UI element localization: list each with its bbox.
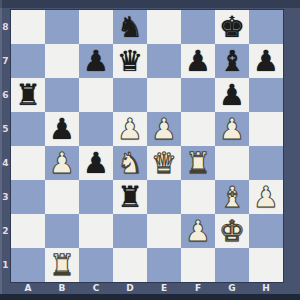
frame-bottom-strip: [0, 294, 300, 300]
square-g2[interactable]: ♚: [215, 214, 249, 248]
square-h3[interactable]: ♟: [249, 180, 283, 214]
square-d6[interactable]: [113, 78, 147, 112]
square-f7[interactable]: ♟: [181, 44, 215, 78]
file-label-d: D: [113, 282, 147, 294]
square-f6[interactable]: [181, 78, 215, 112]
square-f4[interactable]: ♜: [181, 146, 215, 180]
piece-black-king-g8[interactable]: ♚: [219, 10, 245, 44]
square-e6[interactable]: [147, 78, 181, 112]
square-c5[interactable]: [79, 112, 113, 146]
square-g6[interactable]: ♟: [215, 78, 249, 112]
square-a6[interactable]: ♜: [11, 78, 45, 112]
piece-white-king-g2[interactable]: ♚: [219, 214, 245, 248]
piece-black-queen-d7[interactable]: ♛: [117, 44, 143, 78]
square-c2[interactable]: [79, 214, 113, 248]
chess-board-frame: ♞♚♟♛♟♝♟♜♟♟♟♟♟♟♟♞♛♜♜♝♟♟♚♜ 87654321 ABCDEF…: [0, 0, 300, 300]
square-f2[interactable]: ♟: [181, 214, 215, 248]
rank-label-4: 4: [0, 146, 11, 180]
square-b2[interactable]: [45, 214, 79, 248]
file-label-f: F: [181, 282, 215, 294]
rank-label-5: 5: [0, 112, 11, 146]
square-f8[interactable]: [181, 10, 215, 44]
square-c6[interactable]: [79, 78, 113, 112]
square-a8[interactable]: [11, 10, 45, 44]
square-g8[interactable]: ♚: [215, 10, 249, 44]
square-e7[interactable]: [147, 44, 181, 78]
square-e5[interactable]: ♟: [147, 112, 181, 146]
square-h6[interactable]: [249, 78, 283, 112]
square-a7[interactable]: [11, 44, 45, 78]
square-a3[interactable]: [11, 180, 45, 214]
square-a2[interactable]: [11, 214, 45, 248]
square-d5[interactable]: ♟: [113, 112, 147, 146]
square-h2[interactable]: [249, 214, 283, 248]
file-label-h: H: [249, 282, 283, 294]
piece-white-rook-b1[interactable]: ♜: [49, 248, 75, 282]
piece-white-knight-d4[interactable]: ♞: [117, 146, 143, 180]
piece-white-rook-f4[interactable]: ♜: [185, 146, 211, 180]
piece-white-pawn-b4[interactable]: ♟: [49, 146, 75, 180]
square-c8[interactable]: [79, 10, 113, 44]
piece-white-pawn-h3[interactable]: ♟: [253, 180, 279, 214]
square-f3[interactable]: [181, 180, 215, 214]
piece-white-pawn-d5[interactable]: ♟: [117, 112, 143, 146]
file-label-b: B: [45, 282, 79, 294]
file-label-g: G: [215, 282, 249, 294]
piece-black-pawn-c7[interactable]: ♟: [83, 44, 109, 78]
piece-black-bishop-g7[interactable]: ♝: [219, 44, 245, 78]
file-label-c: C: [79, 282, 113, 294]
square-g5[interactable]: ♟: [215, 112, 249, 146]
piece-white-bishop-g3[interactable]: ♝: [219, 180, 245, 214]
piece-white-queen-e4[interactable]: ♛: [151, 146, 177, 180]
piece-black-pawn-b5[interactable]: ♟: [49, 112, 75, 146]
square-h5[interactable]: [249, 112, 283, 146]
rank-label-7: 7: [0, 44, 11, 78]
piece-black-pawn-f7[interactable]: ♟: [185, 44, 211, 78]
square-d3[interactable]: ♜: [113, 180, 147, 214]
piece-white-pawn-g5[interactable]: ♟: [219, 112, 245, 146]
square-d1[interactable]: [113, 248, 147, 282]
file-label-a: A: [11, 282, 45, 294]
piece-black-pawn-g6[interactable]: ♟: [219, 78, 245, 112]
square-h8[interactable]: [249, 10, 283, 44]
square-b8[interactable]: [45, 10, 79, 44]
square-g4[interactable]: [215, 146, 249, 180]
square-g3[interactable]: ♝: [215, 180, 249, 214]
square-b6[interactable]: [45, 78, 79, 112]
piece-black-pawn-h7[interactable]: ♟: [253, 44, 279, 78]
square-g1[interactable]: [215, 248, 249, 282]
square-c3[interactable]: [79, 180, 113, 214]
piece-black-rook-d3[interactable]: ♜: [117, 180, 143, 214]
square-h7[interactable]: ♟: [249, 44, 283, 78]
square-d4[interactable]: ♞: [113, 146, 147, 180]
square-g7[interactable]: ♝: [215, 44, 249, 78]
chess-board: ♞♚♟♛♟♝♟♜♟♟♟♟♟♟♟♞♛♜♜♝♟♟♚♜: [11, 10, 283, 282]
square-b1[interactable]: ♜: [45, 248, 79, 282]
square-e8[interactable]: [147, 10, 181, 44]
square-f1[interactable]: [181, 248, 215, 282]
square-c7[interactable]: ♟: [79, 44, 113, 78]
piece-black-knight-d8[interactable]: ♞: [117, 10, 143, 44]
rank-label-2: 2: [0, 214, 11, 248]
square-c4[interactable]: ♟: [79, 146, 113, 180]
rank-label-1: 1: [0, 248, 11, 282]
piece-white-pawn-e5[interactable]: ♟: [151, 112, 177, 146]
piece-black-rook-a6[interactable]: ♜: [15, 78, 41, 112]
file-label-e: E: [147, 282, 181, 294]
piece-white-pawn-f2[interactable]: ♟: [185, 214, 211, 248]
piece-black-pawn-c4[interactable]: ♟: [83, 146, 109, 180]
square-e4[interactable]: ♛: [147, 146, 181, 180]
square-c1[interactable]: [79, 248, 113, 282]
square-a5[interactable]: [11, 112, 45, 146]
square-e3[interactable]: [147, 180, 181, 214]
square-e1[interactable]: [147, 248, 181, 282]
square-b4[interactable]: ♟: [45, 146, 79, 180]
square-a4[interactable]: [11, 146, 45, 180]
frame-top-strip: [0, 0, 300, 8]
square-a1[interactable]: [11, 248, 45, 282]
square-h1[interactable]: [249, 248, 283, 282]
rank-label-3: 3: [0, 180, 11, 214]
square-b7[interactable]: [45, 44, 79, 78]
square-d8[interactable]: ♞: [113, 10, 147, 44]
rank-label-8: 8: [0, 10, 11, 44]
square-h4[interactable]: [249, 146, 283, 180]
square-e2[interactable]: [147, 214, 181, 248]
square-d2[interactable]: [113, 214, 147, 248]
square-f5[interactable]: [181, 112, 215, 146]
rank-label-6: 6: [0, 78, 11, 112]
square-d7[interactable]: ♛: [113, 44, 147, 78]
square-b5[interactable]: ♟: [45, 112, 79, 146]
square-b3[interactable]: [45, 180, 79, 214]
